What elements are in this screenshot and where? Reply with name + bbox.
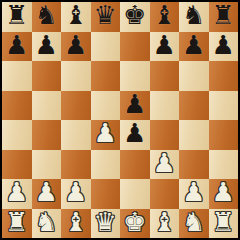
square-h5[interactable] [209, 91, 239, 121]
square-b6[interactable] [32, 61, 62, 91]
piece-black-bishop[interactable]: ♝ [153, 2, 176, 30]
piece-white-pawn[interactable]: ♟ [64, 179, 87, 207]
square-c6[interactable] [61, 61, 91, 91]
square-a5[interactable] [2, 91, 32, 121]
piece-black-pawn[interactable]: ♟ [182, 32, 205, 60]
square-f4[interactable] [150, 120, 180, 150]
square-d7[interactable] [91, 32, 121, 62]
piece-black-knight[interactable]: ♞ [182, 2, 205, 30]
square-a6[interactable] [2, 61, 32, 91]
piece-black-rook[interactable]: ♜ [212, 2, 235, 30]
square-e8[interactable]: ♚ [120, 2, 150, 32]
square-b1[interactable]: ♞ [32, 209, 62, 239]
square-a1[interactable]: ♜ [2, 209, 32, 239]
piece-black-pawn[interactable]: ♟ [123, 91, 146, 119]
square-c3[interactable] [61, 150, 91, 180]
square-e3[interactable] [120, 150, 150, 180]
square-a7[interactable]: ♟ [2, 32, 32, 62]
square-c7[interactable]: ♟ [61, 32, 91, 62]
square-g3[interactable] [179, 150, 209, 180]
piece-white-pawn[interactable]: ♟ [182, 179, 205, 207]
piece-white-knight[interactable]: ♞ [182, 209, 205, 237]
square-h6[interactable] [209, 61, 239, 91]
square-e5[interactable]: ♟ [120, 91, 150, 121]
square-e2[interactable] [120, 179, 150, 209]
square-f7[interactable]: ♟ [150, 32, 180, 62]
square-a4[interactable] [2, 120, 32, 150]
square-c4[interactable] [61, 120, 91, 150]
square-g5[interactable] [179, 91, 209, 121]
square-d3[interactable] [91, 150, 121, 180]
square-c8[interactable]: ♝ [61, 2, 91, 32]
square-d5[interactable] [91, 91, 121, 121]
chess-board: ♜♞♝♛♚♝♞♜♟♟♟♟♟♟♟♟♟♟♟♟♟♟♟♜♞♝♛♚♝♞♜ [0, 0, 240, 240]
piece-black-pawn[interactable]: ♟ [64, 32, 87, 60]
square-b4[interactable] [32, 120, 62, 150]
square-b7[interactable]: ♟ [32, 32, 62, 62]
piece-black-pawn[interactable]: ♟ [35, 32, 58, 60]
square-a3[interactable] [2, 150, 32, 180]
piece-black-rook[interactable]: ♜ [5, 2, 28, 30]
square-g6[interactable] [179, 61, 209, 91]
square-b2[interactable]: ♟ [32, 179, 62, 209]
square-c5[interactable] [61, 91, 91, 121]
chess-board-wrapper: ♜♞♝♛♚♝♞♜♟♟♟♟♟♟♟♟♟♟♟♟♟♟♟♜♞♝♛♚♝♞♜ [0, 0, 240, 240]
square-b5[interactable] [32, 91, 62, 121]
square-g1[interactable]: ♞ [179, 209, 209, 239]
piece-white-king[interactable]: ♚ [123, 209, 146, 237]
square-d6[interactable] [91, 61, 121, 91]
piece-white-rook[interactable]: ♜ [5, 209, 28, 237]
square-a2[interactable]: ♟ [2, 179, 32, 209]
piece-white-bishop[interactable]: ♝ [64, 209, 87, 237]
piece-white-bishop[interactable]: ♝ [153, 209, 176, 237]
piece-white-pawn[interactable]: ♟ [94, 120, 117, 148]
piece-white-pawn[interactable]: ♟ [212, 179, 235, 207]
piece-black-pawn[interactable]: ♟ [212, 32, 235, 60]
square-f6[interactable] [150, 61, 180, 91]
piece-white-pawn[interactable]: ♟ [153, 150, 176, 178]
piece-black-bishop[interactable]: ♝ [64, 2, 87, 30]
piece-black-queen[interactable]: ♛ [94, 2, 117, 30]
square-e6[interactable] [120, 61, 150, 91]
square-b3[interactable] [32, 150, 62, 180]
square-d4[interactable]: ♟ [91, 120, 121, 150]
square-b8[interactable]: ♞ [32, 2, 62, 32]
square-d2[interactable] [91, 179, 121, 209]
piece-black-pawn[interactable]: ♟ [123, 120, 146, 148]
piece-black-pawn[interactable]: ♟ [153, 32, 176, 60]
square-g7[interactable]: ♟ [179, 32, 209, 62]
square-d1[interactable]: ♛ [91, 209, 121, 239]
square-h4[interactable] [209, 120, 239, 150]
square-f8[interactable]: ♝ [150, 2, 180, 32]
square-c2[interactable]: ♟ [61, 179, 91, 209]
square-e1[interactable]: ♚ [120, 209, 150, 239]
piece-white-knight[interactable]: ♞ [35, 209, 58, 237]
square-a8[interactable]: ♜ [2, 2, 32, 32]
square-h3[interactable] [209, 150, 239, 180]
square-f1[interactable]: ♝ [150, 209, 180, 239]
piece-white-rook[interactable]: ♜ [212, 209, 235, 237]
square-f5[interactable] [150, 91, 180, 121]
piece-white-pawn[interactable]: ♟ [35, 179, 58, 207]
square-g8[interactable]: ♞ [179, 2, 209, 32]
square-h1[interactable]: ♜ [209, 209, 239, 239]
piece-white-queen[interactable]: ♛ [94, 209, 117, 237]
square-e4[interactable]: ♟ [120, 120, 150, 150]
square-e7[interactable] [120, 32, 150, 62]
square-d8[interactable]: ♛ [91, 2, 121, 32]
square-h7[interactable]: ♟ [209, 32, 239, 62]
piece-black-king[interactable]: ♚ [123, 2, 146, 30]
square-g2[interactable]: ♟ [179, 179, 209, 209]
piece-white-pawn[interactable]: ♟ [5, 179, 28, 207]
piece-black-knight[interactable]: ♞ [35, 2, 58, 30]
square-g4[interactable] [179, 120, 209, 150]
square-h2[interactable]: ♟ [209, 179, 239, 209]
piece-black-pawn[interactable]: ♟ [5, 32, 28, 60]
square-h8[interactable]: ♜ [209, 2, 239, 32]
square-c1[interactable]: ♝ [61, 209, 91, 239]
square-f2[interactable] [150, 179, 180, 209]
square-f3[interactable]: ♟ [150, 150, 180, 180]
